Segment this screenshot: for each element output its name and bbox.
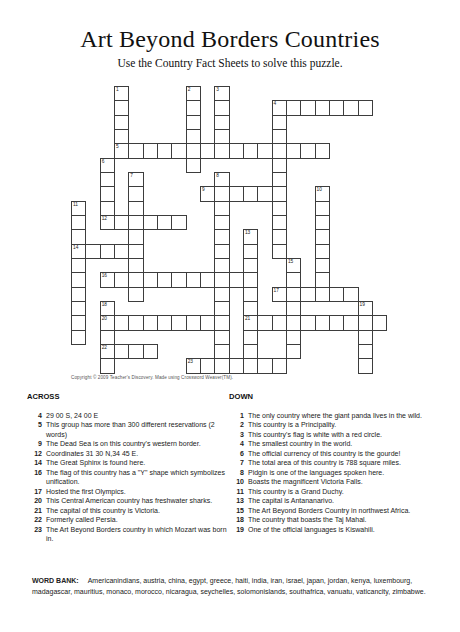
grid-cell[interactable] (143, 272, 158, 287)
cell-number: 19 (360, 302, 365, 308)
grid-cell[interactable] (315, 143, 330, 158)
cell-number: 15 (288, 259, 293, 265)
clue-text: This Central American country has freshw… (46, 496, 235, 506)
grid-cell[interactable] (243, 287, 258, 302)
grid-cell[interactable] (214, 344, 229, 359)
clue-number: 2 (229, 420, 244, 430)
grid-cell[interactable] (143, 215, 158, 230)
clue-text: This country is a Grand Duchy. (248, 487, 445, 497)
grid-cell[interactable] (71, 215, 86, 230)
clue-text: The only country where the giant panda l… (248, 411, 445, 421)
cell-number: 8 (216, 173, 219, 179)
grid-cell[interactable] (329, 287, 344, 302)
down-section: DOWN 1The only country where the giant p… (229, 392, 445, 534)
clue: 22Formerly called Persia. (27, 515, 235, 525)
clue: 14The Great Sphinx is found here. (27, 458, 235, 468)
grid-cell[interactable] (229, 272, 244, 287)
clue-number: 8 (229, 468, 244, 478)
clue-number: 17 (27, 487, 42, 497)
grid-cell[interactable] (71, 272, 86, 287)
grid-cell[interactable] (71, 258, 86, 273)
grid-cell[interactable] (214, 244, 229, 259)
grid-cell[interactable] (143, 315, 158, 330)
grid-cell[interactable] (214, 358, 229, 373)
clue: 12Coordinates 31 30 N,34 45 E. (27, 449, 235, 459)
grid-cell[interactable] (71, 301, 86, 316)
grid-cell[interactable] (214, 258, 229, 273)
grid-cell[interactable] (71, 287, 86, 302)
cell-number: 3 (216, 87, 219, 93)
clue: 20This Central American country has fres… (27, 496, 235, 506)
grid-cell[interactable] (128, 287, 143, 302)
clue: 2This country is a Principality. (229, 420, 445, 430)
grid-cell[interactable] (243, 358, 258, 373)
clue-text: The Great Sphinx is found here. (46, 458, 235, 468)
grid-cell[interactable] (243, 330, 258, 345)
cell-number: 11 (73, 202, 78, 208)
grid-cell[interactable] (128, 229, 143, 244)
grid-cell[interactable] (343, 100, 358, 115)
grid-cell[interactable] (343, 315, 358, 330)
grid-cell[interactable] (300, 143, 315, 158)
grid-cell[interactable] (358, 315, 373, 330)
grid-cell[interactable]: 14 (71, 244, 86, 259)
clue-number: 4 (229, 439, 244, 449)
cell-number: 2 (188, 87, 191, 93)
grid-cell[interactable] (315, 229, 330, 244)
grid-cell[interactable] (200, 358, 215, 373)
grid-cell[interactable] (128, 215, 143, 230)
grid-cell[interactable] (214, 272, 229, 287)
grid-cell[interactable]: 17 (272, 287, 287, 302)
grid-cell[interactable] (315, 272, 330, 287)
grid-cell[interactable] (286, 287, 301, 302)
grid-cell[interactable] (214, 100, 229, 115)
grid-cell[interactable] (143, 143, 158, 158)
word-bank-label: WORD BANK: (32, 577, 79, 584)
grid-cell[interactable] (272, 315, 287, 330)
clue-number: 22 (27, 515, 42, 525)
across-header: ACROSS (27, 392, 235, 402)
clue-number: 13 (229, 496, 244, 506)
grid-cell[interactable]: 5 (114, 143, 129, 158)
clue-number: 18 (229, 515, 244, 525)
grid-cell[interactable] (272, 229, 287, 244)
clue-text: The country that boasts the Taj Mahal. (248, 515, 445, 525)
grid-cell[interactable] (329, 100, 344, 115)
grid-cell[interactable] (171, 272, 186, 287)
clue: 16The flag of this country has a "Y" sha… (27, 468, 235, 487)
grid-cell[interactable]: 6 (100, 158, 115, 173)
clue-text: One of the official languages is Kiswahi… (248, 525, 445, 535)
grid-cell[interactable] (229, 186, 244, 201)
grid-cell[interactable] (186, 129, 201, 144)
grid-cell[interactable] (358, 330, 373, 345)
clue-text: Formerly called Persia. (46, 515, 235, 525)
word-bank: WORD BANK:Americanindians, austria, chin… (32, 576, 428, 597)
cell-number: 7 (130, 173, 133, 179)
grid-cell[interactable] (186, 143, 201, 158)
grid-cell[interactable] (128, 315, 143, 330)
grid-cell[interactable] (214, 115, 229, 130)
grid-cell[interactable] (243, 186, 258, 201)
grid-cell[interactable] (243, 143, 258, 158)
grid-cell[interactable] (71, 229, 86, 244)
clue-text: Hosted the first Olympics. (46, 487, 235, 497)
clue-text: The Dead Sea is on this country's wester… (46, 439, 235, 449)
clue-text: Pidgin is one of the languages spoken he… (248, 468, 445, 478)
grid-cell[interactable] (315, 287, 330, 302)
cell-number: 13 (245, 230, 250, 236)
grid-cell[interactable]: 21 (243, 315, 258, 330)
grid-cell[interactable] (343, 287, 358, 302)
grid-cell[interactable] (114, 244, 129, 259)
grid-cell[interactable] (300, 287, 315, 302)
across-section: ACROSS 429 00 S, 24 00 E5This group has … (27, 392, 235, 544)
grid-cell[interactable] (186, 315, 201, 330)
clue-text: This country is a Principality. (248, 420, 445, 430)
across-list: 429 00 S, 24 00 E5This group has more th… (27, 411, 235, 544)
cell-number: 17 (274, 288, 279, 294)
grid-cell[interactable] (272, 143, 287, 158)
grid-cell[interactable] (286, 100, 301, 115)
grid-cell[interactable] (114, 129, 129, 144)
grid-cell[interactable]: 1 (114, 86, 129, 101)
grid-cell[interactable] (214, 186, 229, 201)
grid-cell[interactable] (100, 201, 115, 216)
grid-cell[interactable] (243, 301, 258, 316)
grid-cell[interactable] (128, 244, 143, 259)
clue-number: 14 (27, 458, 42, 468)
cell-number: 23 (188, 359, 193, 365)
grid-cell[interactable] (257, 143, 272, 158)
grid-cell[interactable] (286, 315, 301, 330)
clue-text: Boasts the magnificent Victoria Falls. (248, 477, 445, 487)
grid-cell[interactable] (315, 201, 330, 216)
copyright-line: Copyright © 2009 Teacher's Discovery. Ma… (71, 375, 233, 380)
grid-cell[interactable] (372, 315, 387, 330)
grid-cell[interactable] (171, 143, 186, 158)
grid-cell[interactable] (315, 244, 330, 259)
clue-number: 15 (229, 506, 244, 516)
grid-cell[interactable] (157, 143, 172, 158)
grid-cell[interactable] (157, 315, 172, 330)
cell-number: 9 (202, 187, 205, 193)
clue: 4The smallest country in the world. (229, 439, 445, 449)
clue-text: The capital of this country is Victoria. (46, 506, 235, 516)
grid-cell[interactable] (329, 315, 344, 330)
down-list: 1The only country where the giant panda … (229, 411, 445, 535)
cell-number: 5 (116, 144, 119, 150)
clue-number: 12 (27, 449, 42, 459)
grid-cell[interactable] (100, 330, 115, 345)
grid-cell[interactable] (272, 215, 287, 230)
clue-number: 19 (229, 525, 244, 535)
clue-number: 6 (229, 449, 244, 459)
grid-cell[interactable] (186, 115, 201, 130)
clue-number: 1 (229, 411, 244, 421)
grid-cell[interactable] (114, 344, 129, 359)
grid-cell[interactable] (272, 244, 287, 259)
clue-text: The smallest country in the world. (248, 439, 445, 449)
grid-cell[interactable]: 12 (100, 215, 115, 230)
clue-text: The Art Beyond Borders country in which … (46, 525, 235, 544)
grid-cell[interactable]: 4 (272, 100, 287, 115)
grid-cell[interactable]: 15 (286, 258, 301, 273)
clue: 5This group has more than 300 different … (27, 420, 235, 439)
grid-cell[interactable] (114, 100, 129, 115)
clue-text: The official currency of this country is… (248, 449, 445, 459)
grid-cell[interactable] (128, 186, 143, 201)
grid-cell[interactable] (157, 272, 172, 287)
grid-cell[interactable]: 16 (100, 272, 115, 287)
grid-cell[interactable] (257, 315, 272, 330)
grid-cell[interactable] (200, 315, 215, 330)
clue-number: 3 (229, 430, 244, 440)
clue-text: The total area of this country is 788 sq… (248, 458, 445, 468)
clue-text: This group has more than 300 different r… (46, 420, 235, 439)
cell-number: 16 (102, 273, 107, 279)
grid-cell[interactable] (128, 344, 143, 359)
clue: 18The country that boasts the Taj Mahal. (229, 515, 445, 525)
grid-cell[interactable] (286, 301, 301, 316)
clue-number: 23 (27, 525, 42, 544)
grid-cell[interactable] (300, 100, 315, 115)
clue-number: 7 (229, 458, 244, 468)
clue: 7The total area of this country is 788 s… (229, 458, 445, 468)
grid-cell[interactable] (315, 258, 330, 273)
cell-number: 6 (102, 159, 105, 165)
clue: 9The Dead Sea is on this country's weste… (27, 439, 235, 449)
grid-cell[interactable] (114, 315, 129, 330)
clue: 19One of the official languages is Kiswa… (229, 525, 445, 535)
grid-cell[interactable] (300, 315, 315, 330)
grid-cell[interactable] (214, 287, 229, 302)
grid-cell[interactable] (272, 358, 287, 373)
grid-cell[interactable] (186, 158, 201, 173)
clue-number: 5 (27, 420, 42, 439)
grid-cell[interactable] (71, 315, 86, 330)
grid-cell[interactable] (272, 172, 287, 187)
grid-cell[interactable] (286, 330, 301, 345)
grid-cell[interactable] (286, 272, 301, 287)
clue-text: Coordinates 31 30 N,34 45 E. (46, 449, 235, 459)
grid-cell[interactable] (286, 344, 301, 359)
grid-cell[interactable] (100, 172, 115, 187)
grid-cell[interactable] (186, 100, 201, 115)
grid-cell[interactable] (257, 358, 272, 373)
clue-text: The Art Beyond Borders Country in northw… (248, 506, 445, 516)
grid-cell[interactable] (272, 115, 287, 130)
grid-cell[interactable] (200, 143, 215, 158)
grid-cell[interactable] (143, 344, 158, 359)
grid-cell[interactable] (272, 129, 287, 144)
cell-number: 4 (274, 101, 277, 107)
clue: 11This country is a Grand Duchy. (229, 487, 445, 497)
clue: 13The capital is Antananarivo. (229, 496, 445, 506)
clue-number: 16 (27, 468, 42, 487)
cell-number: 22 (102, 345, 107, 351)
grid-cell[interactable] (128, 258, 143, 273)
grid-cell[interactable]: 9 (200, 186, 215, 201)
clue-text: This country's flag is white with a red … (248, 430, 445, 440)
grid-cell[interactable]: 20 (100, 315, 115, 330)
grid-cell[interactable] (128, 201, 143, 216)
clue-number: 20 (27, 496, 42, 506)
grid-cell[interactable] (358, 100, 373, 115)
grid-cell[interactable] (243, 272, 258, 287)
grid-cell[interactable] (171, 215, 186, 230)
grid-cell[interactable] (214, 330, 229, 345)
grid-cell[interactable]: 13 (243, 229, 258, 244)
grid-cell[interactable]: 23 (186, 358, 201, 373)
cell-number: 12 (102, 216, 107, 222)
clue-number: 21 (27, 506, 42, 516)
grid-cell[interactable]: 22 (100, 344, 115, 359)
grid-cell[interactable] (85, 244, 100, 259)
grid-cell[interactable] (157, 215, 172, 230)
cell-number: 18 (102, 302, 107, 308)
clue-number: 4 (27, 411, 42, 421)
grid-cell[interactable] (214, 215, 229, 230)
grid-cell[interactable] (358, 358, 373, 373)
crossword-grid: 1234567891011121314151617181920212223 (71, 86, 386, 373)
cell-number: 10 (317, 187, 322, 193)
grid-cell[interactable] (315, 215, 330, 230)
clue: 15The Art Beyond Borders Country in nort… (229, 506, 445, 516)
clue-number: 9 (27, 439, 42, 449)
cell-number: 1 (116, 87, 119, 93)
grid-cell[interactable]: 11 (71, 201, 86, 216)
cell-number: 21 (245, 316, 250, 322)
grid-cell[interactable] (128, 272, 143, 287)
grid-cell[interactable] (272, 158, 287, 173)
word-bank-words: Americanindians, austria, china, egypt, … (32, 577, 426, 595)
grid-cell[interactable] (114, 115, 129, 130)
grid-cell[interactable] (358, 344, 373, 359)
grid-cell[interactable] (286, 143, 301, 158)
grid-cell[interactable] (214, 229, 229, 244)
grid-cell[interactable]: 18 (100, 301, 115, 316)
grid-cell[interactable]: 10 (315, 186, 330, 201)
clue: 429 00 S, 24 00 E (27, 411, 235, 421)
grid-cell[interactable] (100, 186, 115, 201)
clue-text: The flag of this country has a "Y" shape… (46, 468, 235, 487)
grid-cell[interactable] (229, 358, 244, 373)
clue: 1The only country where the giant panda … (229, 411, 445, 421)
grid-cell[interactable] (214, 301, 229, 316)
grid-cell[interactable] (214, 315, 229, 330)
grid-cell[interactable] (214, 143, 229, 158)
grid-cell[interactable] (214, 201, 229, 216)
grid-cell[interactable] (100, 244, 115, 259)
clue-text: The capital is Antananarivo. (248, 496, 445, 506)
down-header: DOWN (229, 392, 445, 402)
grid-cell[interactable] (315, 315, 330, 330)
page-subtitle: Use the Country Fact Sheets to solve thi… (0, 57, 460, 69)
clue: 3This country's flag is white with a red… (229, 430, 445, 440)
grid-cell[interactable] (257, 186, 272, 201)
grid-cell[interactable] (229, 143, 244, 158)
grid-cell[interactable] (315, 100, 330, 115)
grid-cell[interactable] (100, 358, 115, 373)
grid-cell[interactable] (243, 244, 258, 259)
page-title: Art Beyond Borders Countries (0, 26, 460, 53)
grid-cell[interactable]: 3 (214, 86, 229, 101)
grid-cell[interactable] (243, 344, 258, 359)
grid-cell[interactable] (200, 272, 215, 287)
grid-cell[interactable] (114, 272, 129, 287)
clue: 23The Art Beyond Borders country in whic… (27, 525, 235, 544)
grid-cell[interactable]: 8 (214, 172, 229, 187)
grid-cell[interactable] (71, 330, 86, 345)
clue: 8Pidgin is one of the languages spoken h… (229, 468, 445, 478)
grid-cell[interactable] (171, 315, 186, 330)
clue: 6The official currency of this country i… (229, 449, 445, 459)
cell-number: 14 (73, 245, 78, 251)
grid-cell[interactable]: 19 (358, 301, 373, 316)
clue: 17Hosted the first Olympics. (27, 487, 235, 497)
grid-cell[interactable] (214, 129, 229, 144)
grid-cell[interactable] (128, 143, 143, 158)
clue-number: 11 (229, 487, 244, 497)
grid-cell[interactable]: 7 (128, 172, 143, 187)
cell-number: 20 (102, 316, 107, 322)
clue-text: 29 00 S, 24 00 E (46, 411, 235, 421)
grid-cell[interactable] (114, 215, 129, 230)
grid-cell[interactable]: 2 (186, 86, 201, 101)
clue: 21The capital of this country is Victori… (27, 506, 235, 516)
clue-number: 10 (229, 477, 244, 487)
grid-cell[interactable] (243, 258, 258, 273)
clue: 10Boasts the magnificent Victoria Falls. (229, 477, 445, 487)
grid-cell[interactable] (186, 272, 201, 287)
grid-cell[interactable] (272, 186, 287, 201)
grid-cell[interactable] (272, 201, 287, 216)
